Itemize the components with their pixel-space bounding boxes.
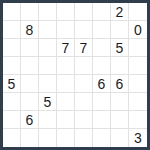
- cell-r4c6[interactable]: [93, 57, 111, 75]
- cell-r2c2: 8: [21, 21, 39, 39]
- cell-r6c4[interactable]: [57, 93, 75, 111]
- cell-r3c5: 7: [75, 39, 93, 57]
- cell-r2c4[interactable]: [57, 21, 75, 39]
- cell-r5c4[interactable]: [57, 75, 75, 93]
- cell-r6c2[interactable]: [21, 93, 39, 111]
- cell-r3c3[interactable]: [39, 39, 57, 57]
- cell-r5c1: 5: [3, 75, 21, 93]
- cell-r5c3[interactable]: [39, 75, 57, 93]
- cell-r3c6[interactable]: [93, 39, 111, 57]
- cell-r8c5[interactable]: [75, 129, 93, 147]
- cell-r3c4: 7: [57, 39, 75, 57]
- cell-r2c1[interactable]: [3, 21, 21, 39]
- cell-r8c2[interactable]: [21, 129, 39, 147]
- cell-r3c1[interactable]: [3, 39, 21, 57]
- cell-r4c3[interactable]: [39, 57, 57, 75]
- cell-r7c2: 6: [21, 111, 39, 129]
- cell-r4c2[interactable]: [21, 57, 39, 75]
- cell-r5c5[interactable]: [75, 75, 93, 93]
- cell-r7c8[interactable]: [129, 111, 147, 129]
- cell-r1c8[interactable]: [129, 3, 147, 21]
- cell-r5c7: 6: [111, 75, 129, 93]
- cell-r5c2[interactable]: [21, 75, 39, 93]
- cell-r6c3: 5: [39, 93, 57, 111]
- cell-r1c2[interactable]: [21, 3, 39, 21]
- cell-r7c1[interactable]: [3, 111, 21, 129]
- cell-r4c7[interactable]: [111, 57, 129, 75]
- cell-r1c5[interactable]: [75, 3, 93, 21]
- cell-r1c4[interactable]: [57, 3, 75, 21]
- cell-r4c1[interactable]: [3, 57, 21, 75]
- cell-r5c8[interactable]: [129, 75, 147, 93]
- cell-r3c2[interactable]: [21, 39, 39, 57]
- cell-r4c4[interactable]: [57, 57, 75, 75]
- cell-r1c6[interactable]: [93, 3, 111, 21]
- cell-r6c6[interactable]: [93, 93, 111, 111]
- cell-r8c7[interactable]: [111, 129, 129, 147]
- cell-r3c8[interactable]: [129, 39, 147, 57]
- cell-r6c5[interactable]: [75, 93, 93, 111]
- cell-r7c5[interactable]: [75, 111, 93, 129]
- cell-r6c1[interactable]: [3, 93, 21, 111]
- puzzle-board: 280775566563: [0, 0, 150, 150]
- cell-r6c7[interactable]: [111, 93, 129, 111]
- cell-r4c8[interactable]: [129, 57, 147, 75]
- cell-r2c6[interactable]: [93, 21, 111, 39]
- cell-r3c7: 5: [111, 39, 129, 57]
- cell-r6c8[interactable]: [129, 93, 147, 111]
- cell-r4c5[interactable]: [75, 57, 93, 75]
- cell-r2c8: 0: [129, 21, 147, 39]
- cell-r2c7[interactable]: [111, 21, 129, 39]
- cell-r8c1[interactable]: [3, 129, 21, 147]
- cell-r2c3[interactable]: [39, 21, 57, 39]
- cell-r1c1[interactable]: [3, 3, 21, 21]
- cell-r8c8: 3: [129, 129, 147, 147]
- cell-r2c5[interactable]: [75, 21, 93, 39]
- cell-r7c6[interactable]: [93, 111, 111, 129]
- cell-r7c4[interactable]: [57, 111, 75, 129]
- cell-r8c6[interactable]: [93, 129, 111, 147]
- cell-r8c4[interactable]: [57, 129, 75, 147]
- cell-r7c3[interactable]: [39, 111, 57, 129]
- cell-r1c7: 2: [111, 3, 129, 21]
- cell-r5c6: 6: [93, 75, 111, 93]
- cell-r1c3[interactable]: [39, 3, 57, 21]
- cell-r8c3[interactable]: [39, 129, 57, 147]
- cell-r7c7[interactable]: [111, 111, 129, 129]
